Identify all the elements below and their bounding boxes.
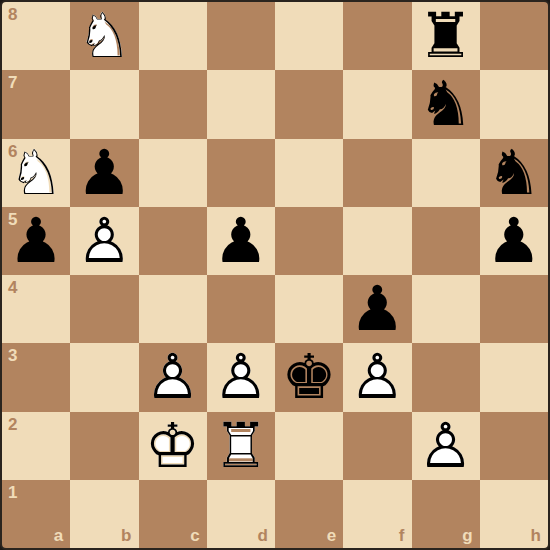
knight-icon: ♞: [8, 142, 64, 204]
square-a5[interactable]: 5♟: [2, 207, 70, 275]
square-e5[interactable]: [275, 207, 343, 275]
file-label-h: h: [531, 527, 541, 544]
square-d6[interactable]: [207, 139, 275, 207]
file-label-g: g: [462, 527, 472, 544]
square-e3[interactable]: ♚: [275, 343, 343, 411]
square-h6[interactable]: ♞: [480, 139, 548, 207]
square-e8[interactable]: [275, 2, 343, 70]
square-e1[interactable]: e: [275, 480, 343, 548]
king-icon: ♚: [281, 346, 337, 408]
square-b5[interactable]: ♟♙: [70, 207, 138, 275]
black-pawn-f4[interactable]: ♟: [343, 275, 411, 343]
pawn-outline-icon: ♙: [77, 210, 133, 272]
pawn-icon: ♟: [486, 210, 542, 272]
square-g4[interactable]: [412, 275, 480, 343]
white-pawn-f3[interactable]: ♟♙: [343, 343, 411, 411]
pawn-icon: ♟: [418, 415, 474, 477]
black-pawn-a5[interactable]: ♟: [2, 207, 70, 275]
square-h7[interactable]: [480, 70, 548, 138]
white-pawn-d3[interactable]: ♟♙: [207, 343, 275, 411]
square-h3[interactable]: [480, 343, 548, 411]
square-a8[interactable]: 8: [2, 2, 70, 70]
square-e2[interactable]: [275, 412, 343, 480]
black-rook-g8[interactable]: ♜: [412, 2, 480, 70]
square-c6[interactable]: [139, 139, 207, 207]
square-c3[interactable]: ♟♙: [139, 343, 207, 411]
square-g1[interactable]: g: [412, 480, 480, 548]
knight-icon: ♞: [77, 5, 133, 67]
rook-icon: ♜: [418, 5, 474, 67]
file-label-b: b: [121, 527, 131, 544]
rank-label-1: 1: [8, 484, 17, 501]
file-label-a: a: [54, 527, 63, 544]
white-knight-b8[interactable]: ♞♘: [70, 2, 138, 70]
square-b2[interactable]: [70, 412, 138, 480]
square-e4[interactable]: [275, 275, 343, 343]
rank-label-7: 7: [8, 74, 17, 91]
square-a3[interactable]: 3: [2, 343, 70, 411]
pawn-icon: ♟: [350, 278, 406, 340]
knight-outline-icon: ♘: [77, 5, 133, 67]
square-g3[interactable]: [412, 343, 480, 411]
knight-outline-icon: ♘: [8, 142, 64, 204]
square-g8[interactable]: ♜: [412, 2, 480, 70]
square-g2[interactable]: ♟♙: [412, 412, 480, 480]
rank-label-3: 3: [8, 347, 17, 364]
square-b3[interactable]: [70, 343, 138, 411]
king-icon: ♚: [145, 415, 201, 477]
rank-label-8: 8: [8, 6, 17, 23]
rook-outline-icon: ♖: [213, 415, 269, 477]
square-h2[interactable]: [480, 412, 548, 480]
square-f6[interactable]: [343, 139, 411, 207]
king-outline-icon: ♔: [145, 415, 201, 477]
black-pawn-h5[interactable]: ♟: [480, 207, 548, 275]
square-h8[interactable]: [480, 2, 548, 70]
square-b7[interactable]: [70, 70, 138, 138]
pawn-outline-icon: ♙: [350, 346, 406, 408]
square-f4[interactable]: ♟: [343, 275, 411, 343]
square-c5[interactable]: [139, 207, 207, 275]
square-c2[interactable]: ♚♔: [139, 412, 207, 480]
black-knight-g7[interactable]: ♞: [412, 70, 480, 138]
file-label-c: c: [190, 527, 199, 544]
square-b6[interactable]: ♟: [70, 139, 138, 207]
square-e7[interactable]: [275, 70, 343, 138]
pawn-icon: ♟: [8, 210, 64, 272]
pawn-icon: ♟: [77, 142, 133, 204]
square-f1[interactable]: f: [343, 480, 411, 548]
square-g7[interactable]: ♞: [412, 70, 480, 138]
square-b8[interactable]: ♞♘: [70, 2, 138, 70]
square-d3[interactable]: ♟♙: [207, 343, 275, 411]
square-f3[interactable]: ♟♙: [343, 343, 411, 411]
rank-label-4: 4: [8, 279, 17, 296]
square-d1[interactable]: d: [207, 480, 275, 548]
square-f7[interactable]: [343, 70, 411, 138]
square-c7[interactable]: [139, 70, 207, 138]
pawn-outline-icon: ♙: [145, 346, 201, 408]
pawn-icon: ♟: [350, 346, 406, 408]
square-f5[interactable]: [343, 207, 411, 275]
square-h4[interactable]: [480, 275, 548, 343]
black-pawn-d5[interactable]: ♟: [207, 207, 275, 275]
square-d8[interactable]: [207, 2, 275, 70]
square-d2[interactable]: ♜♖: [207, 412, 275, 480]
square-a6[interactable]: 6♞♘: [2, 139, 70, 207]
square-c1[interactable]: c: [139, 480, 207, 548]
square-b4[interactable]: [70, 275, 138, 343]
pawn-icon: ♟: [213, 210, 269, 272]
square-c8[interactable]: [139, 2, 207, 70]
square-a2[interactable]: 2: [2, 412, 70, 480]
rank-label-2: 2: [8, 416, 17, 433]
square-d7[interactable]: [207, 70, 275, 138]
pawn-outline-icon: ♙: [213, 346, 269, 408]
white-knight-a6[interactable]: ♞♘: [2, 139, 70, 207]
square-g5[interactable]: [412, 207, 480, 275]
square-h5[interactable]: ♟: [480, 207, 548, 275]
knight-icon: ♞: [418, 73, 474, 135]
square-a1[interactable]: 1a: [2, 480, 70, 548]
square-f8[interactable]: [343, 2, 411, 70]
square-d4[interactable]: [207, 275, 275, 343]
pawn-outline-icon: ♙: [418, 415, 474, 477]
file-label-d: d: [258, 527, 268, 544]
black-king-e3[interactable]: ♚: [275, 343, 343, 411]
square-g6[interactable]: [412, 139, 480, 207]
knight-icon: ♞: [486, 142, 542, 204]
square-e6[interactable]: [275, 139, 343, 207]
square-f2[interactable]: [343, 412, 411, 480]
pawn-icon: ♟: [145, 346, 201, 408]
pawn-icon: ♟: [213, 346, 269, 408]
square-a7[interactable]: 7: [2, 70, 70, 138]
square-c4[interactable]: [139, 275, 207, 343]
square-a4[interactable]: 4: [2, 275, 70, 343]
square-d5[interactable]: ♟: [207, 207, 275, 275]
square-h1[interactable]: h: [480, 480, 548, 548]
chess-board: 8♞♘♜7♞6♞♘♟♞5♟♟♙♟♟4♟3♟♙♟♙♚♟♙2♚♔♜♖♟♙1abcde…: [0, 0, 550, 550]
file-label-e: e: [327, 527, 336, 544]
white-pawn-b5[interactable]: ♟♙: [70, 207, 138, 275]
white-rook-d2[interactable]: ♜♖: [207, 412, 275, 480]
rook-icon: ♜: [213, 415, 269, 477]
black-pawn-b6[interactable]: ♟: [70, 139, 138, 207]
white-pawn-g2[interactable]: ♟♙: [412, 412, 480, 480]
file-label-f: f: [399, 527, 405, 544]
white-king-c2[interactable]: ♚♔: [139, 412, 207, 480]
pawn-icon: ♟: [77, 210, 133, 272]
white-pawn-c3[interactable]: ♟♙: [139, 343, 207, 411]
black-knight-h6[interactable]: ♞: [480, 139, 548, 207]
square-b1[interactable]: b: [70, 480, 138, 548]
